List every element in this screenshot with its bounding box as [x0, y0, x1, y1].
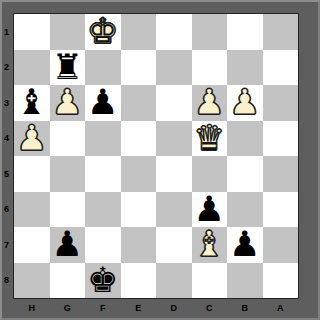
square-h3[interactable]: ♝ [14, 85, 50, 121]
file-label-g: G [50, 299, 86, 317]
square-c3[interactable]: ♟ [192, 85, 228, 121]
square-b6[interactable] [227, 192, 263, 228]
square-h2[interactable] [14, 50, 50, 86]
square-c5[interactable] [192, 156, 228, 192]
black-bishop[interactable]: ♝ [16, 85, 47, 120]
square-d8[interactable] [156, 263, 192, 299]
file-label-f: F [85, 299, 121, 317]
square-f5[interactable] [85, 156, 121, 192]
square-f6[interactable] [85, 192, 121, 228]
square-g2[interactable]: ♜ [50, 50, 86, 86]
square-b4[interactable] [227, 121, 263, 157]
square-h8[interactable] [14, 263, 50, 299]
square-h7[interactable] [14, 227, 50, 263]
file-label-c: C [192, 299, 228, 317]
file-label-h: H [14, 299, 50, 317]
square-c1[interactable] [192, 14, 228, 50]
square-e2[interactable] [121, 50, 157, 86]
rank-label-3: 3 [0, 85, 13, 121]
file-label-e: E [121, 299, 157, 317]
square-c8[interactable] [192, 263, 228, 299]
square-f4[interactable] [85, 121, 121, 157]
white-pawn[interactable]: ♟ [16, 121, 47, 156]
white-bishop[interactable]: ♝ [194, 227, 225, 262]
square-e1[interactable] [121, 14, 157, 50]
file-label-a: A [263, 299, 299, 317]
rank-label-4: 4 [0, 121, 13, 157]
rank-label-6: 6 [0, 192, 13, 228]
square-d1[interactable] [156, 14, 192, 50]
square-d2[interactable] [156, 50, 192, 86]
square-d4[interactable] [156, 121, 192, 157]
square-h6[interactable] [14, 192, 50, 228]
square-a5[interactable] [263, 156, 299, 192]
black-pawn[interactable]: ♟ [229, 227, 260, 262]
square-a7[interactable] [263, 227, 299, 263]
square-e6[interactable] [121, 192, 157, 228]
square-g6[interactable] [50, 192, 86, 228]
square-c4[interactable]: ♛ [192, 121, 228, 157]
file-label-b: B [227, 299, 263, 317]
square-h1[interactable] [14, 14, 50, 50]
square-h5[interactable] [14, 156, 50, 192]
square-a8[interactable] [263, 263, 299, 299]
square-h4[interactable]: ♟ [14, 121, 50, 157]
square-a1[interactable] [263, 14, 299, 50]
square-b1[interactable] [227, 14, 263, 50]
square-e3[interactable] [121, 85, 157, 121]
square-e5[interactable] [121, 156, 157, 192]
square-d7[interactable] [156, 227, 192, 263]
square-b7[interactable]: ♟ [227, 227, 263, 263]
square-e7[interactable] [121, 227, 157, 263]
rank-labels: 12345678 [0, 14, 13, 298]
black-king[interactable]: ♚ [87, 263, 118, 298]
square-b2[interactable] [227, 50, 263, 86]
square-d6[interactable] [156, 192, 192, 228]
square-c7[interactable]: ♝ [192, 227, 228, 263]
square-a3[interactable] [263, 85, 299, 121]
white-pawn[interactable]: ♟ [229, 85, 260, 120]
rank-label-8: 8 [0, 263, 13, 299]
black-pawn[interactable]: ♟ [52, 227, 83, 262]
square-c2[interactable] [192, 50, 228, 86]
square-f8[interactable]: ♚ [85, 263, 121, 299]
square-b3[interactable]: ♟ [227, 85, 263, 121]
square-g1[interactable] [50, 14, 86, 50]
white-queen[interactable]: ♛ [194, 121, 225, 156]
square-g8[interactable] [50, 263, 86, 299]
square-f7[interactable] [85, 227, 121, 263]
black-pawn[interactable]: ♟ [194, 192, 225, 227]
white-pawn[interactable]: ♟ [52, 85, 83, 120]
file-label-d: D [156, 299, 192, 317]
square-a4[interactable] [263, 121, 299, 157]
rank-label-1: 1 [0, 14, 13, 50]
square-c6[interactable]: ♟ [192, 192, 228, 228]
square-f2[interactable] [85, 50, 121, 86]
square-g7[interactable]: ♟ [50, 227, 86, 263]
rank-label-2: 2 [0, 50, 13, 86]
square-d5[interactable] [156, 156, 192, 192]
black-pawn[interactable]: ♟ [87, 85, 118, 120]
square-g4[interactable] [50, 121, 86, 157]
chessboard-frame: 12345678 HGFEDCBA ♚♜♝♟♟♟♟♟♛♟♟♝♟♚ [0, 0, 320, 320]
black-rook[interactable]: ♜ [52, 50, 83, 85]
square-e4[interactable] [121, 121, 157, 157]
square-g5[interactable] [50, 156, 86, 192]
chessboard: ♚♜♝♟♟♟♟♟♛♟♟♝♟♚ [13, 13, 299, 299]
square-g3[interactable]: ♟ [50, 85, 86, 121]
white-king[interactable]: ♚ [87, 14, 118, 49]
square-f3[interactable]: ♟ [85, 85, 121, 121]
square-b5[interactable] [227, 156, 263, 192]
square-d3[interactable] [156, 85, 192, 121]
rank-label-7: 7 [0, 227, 13, 263]
square-a6[interactable] [263, 192, 299, 228]
square-e8[interactable] [121, 263, 157, 299]
square-b8[interactable] [227, 263, 263, 299]
file-labels: HGFEDCBA [14, 299, 298, 317]
rank-label-5: 5 [0, 156, 13, 192]
square-f1[interactable]: ♚ [85, 14, 121, 50]
square-a2[interactable] [263, 50, 299, 86]
white-pawn[interactable]: ♟ [194, 85, 225, 120]
